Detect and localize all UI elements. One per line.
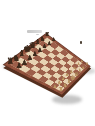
piece-white-pawn: ♟: [61, 77, 65, 81]
piece-white-pawn: ♟: [65, 73, 69, 77]
piece-white-knight: ♞: [82, 66, 86, 70]
piece-white-rook: ♜: [85, 63, 88, 67]
piece-white-pawn: ♟: [73, 66, 76, 70]
piece-black-rook: ♜: [6, 57, 14, 66]
piece-black-pawn: ♟: [27, 55, 33, 62]
blurred-background-object: [27, 30, 42, 33]
product-photo: ♜♞♝♛♚♝♞♜♟♟♟♟♟♟♟♟♟♟♟♟♟♟♟♟♜♞♝♛♚♝♞♜: [0, 0, 95, 126]
piece-black-pawn: ♟: [47, 41, 52, 46]
photo-layer: ♜♞♝♛♚♝♞♜♟♟♟♟♟♟♟♟♟♟♟♟♟♟♟♟♜♞♝♛♚♝♞♜: [0, 0, 95, 126]
piece-white-pawn: ♟: [57, 80, 61, 85]
piece-white-rook: ♜: [59, 87, 64, 93]
piece-black-pawn: ♟: [16, 63, 23, 70]
chess-pieces-layer: ♜♞♝♛♚♝♞♜♟♟♟♟♟♟♟♟♟♟♟♟♟♟♟♟♜♞♝♛♚♝♞♜: [0, 0, 95, 126]
piece-white-pawn: ♟: [81, 60, 84, 63]
piece-black-pawn: ♟: [32, 51, 38, 57]
piece-white-pawn: ♟: [77, 63, 80, 66]
piece-black-pawn: ♟: [42, 44, 47, 50]
piece-white-pawn: ♟: [53, 84, 57, 89]
piece-black-pawn: ♟: [52, 38, 56, 43]
